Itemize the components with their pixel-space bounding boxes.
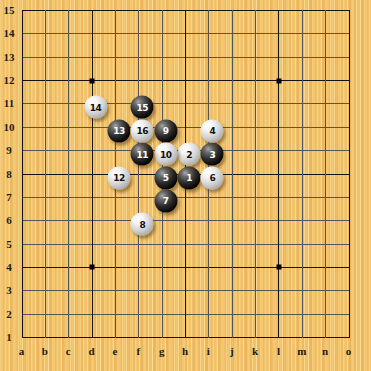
col-label: g [154,345,170,357]
stone-black[interactable]: 9 [154,119,177,142]
stone-black[interactable]: 5 [154,166,177,189]
col-label: l [270,345,286,357]
row-label: 13 [0,51,18,62]
col-label: o [341,345,357,357]
row-label: 15 [0,5,18,16]
stone-white[interactable]: 14 [84,96,107,119]
stone-white[interactable]: 16 [131,119,154,142]
stone-black[interactable]: 7 [154,189,177,212]
stone-white[interactable]: 8 [131,213,154,236]
row-label: 10 [0,121,18,132]
grid-vline [68,10,69,338]
stone-white[interactable]: 10 [154,143,177,166]
stone-black[interactable]: 15 [131,96,154,119]
stone-white[interactable]: 4 [201,119,224,142]
grid-vline [45,10,46,338]
stone-white[interactable]: 12 [107,166,130,189]
row-label: 4 [0,261,18,272]
col-label: n [317,345,333,357]
star-point [276,78,281,83]
grid-vline [138,10,139,338]
col-label: j [224,345,240,357]
row-label: 5 [0,238,18,249]
grid-vline [22,10,23,338]
grid-vline [302,10,303,338]
col-label: k [247,345,263,357]
gomoku-board[interactable]: 151413121110987654321abcdefghijklmno1234… [0,0,371,371]
grid-vline [278,10,279,338]
star-point [276,265,281,270]
grid-vline [255,10,256,338]
row-label: 2 [0,308,18,319]
row-label: 3 [0,285,18,296]
col-label: f [130,345,146,357]
stone-white[interactable]: 6 [201,166,224,189]
stone-black[interactable]: 13 [107,119,130,142]
row-label: 7 [0,191,18,202]
grid-vline [232,10,233,338]
stone-black[interactable]: 11 [131,143,154,166]
col-label: m [294,345,310,357]
stone-black[interactable]: 3 [201,143,224,166]
stone-black[interactable]: 1 [178,166,201,189]
row-label: 8 [0,168,18,179]
col-label: h [177,345,193,357]
star-point [90,78,95,83]
stone-white[interactable]: 2 [178,143,201,166]
grid-vline [325,10,326,338]
col-label: e [107,345,123,357]
row-label: 12 [0,75,18,86]
row-label: 11 [0,98,18,109]
grid-vline [92,10,93,338]
row-label: 1 [0,332,18,343]
row-label: 6 [0,215,18,226]
col-label: b [37,345,53,357]
col-label: a [14,345,30,357]
col-label: i [200,345,216,357]
col-label: c [60,345,76,357]
col-label: d [84,345,100,357]
row-label: 14 [0,28,18,39]
row-label: 9 [0,145,18,156]
star-point [90,265,95,270]
grid-vline [349,10,350,338]
